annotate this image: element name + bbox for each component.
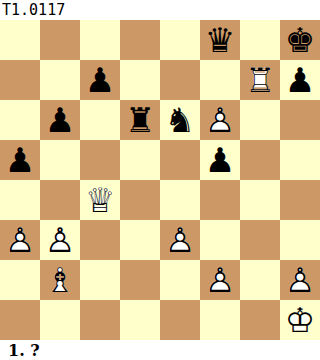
piece-black-king: ♚ bbox=[280, 20, 320, 60]
square-h1[interactable]: ♚♔ bbox=[280, 300, 320, 340]
square-f8[interactable]: ♛ bbox=[200, 20, 240, 60]
square-h5[interactable] bbox=[280, 140, 320, 180]
square-h7[interactable]: ♟ bbox=[280, 60, 320, 100]
chess-board: ♛♚♟♜♖♟♟♜♞♟♙♟♟♛♕♟♙♟♙♟♙♝♗♟♙♟♙♚♔ bbox=[0, 20, 320, 340]
piece-black-pawn: ♟ bbox=[0, 140, 40, 180]
square-a8[interactable] bbox=[0, 20, 40, 60]
square-c3[interactable] bbox=[80, 220, 120, 260]
square-c8[interactable] bbox=[80, 20, 120, 60]
piece-black-knight: ♞ bbox=[160, 100, 200, 140]
piece-white-king: ♚♔ bbox=[280, 300, 320, 340]
piece-outline-glyph: ♙ bbox=[40, 220, 80, 260]
square-a2[interactable] bbox=[0, 260, 40, 300]
square-e4[interactable] bbox=[160, 180, 200, 220]
piece-glyph: ♟ bbox=[200, 140, 240, 180]
square-c6[interactable] bbox=[80, 100, 120, 140]
piece-white-pawn: ♟♙ bbox=[160, 220, 200, 260]
piece-glyph: ♛ bbox=[200, 20, 240, 60]
square-c5[interactable] bbox=[80, 140, 120, 180]
piece-white-pawn: ♟♙ bbox=[280, 260, 320, 300]
piece-outline-glyph: ♙ bbox=[200, 100, 240, 140]
square-f6[interactable]: ♟♙ bbox=[200, 100, 240, 140]
piece-white-pawn: ♟♙ bbox=[200, 260, 240, 300]
piece-glyph: ♜ bbox=[120, 100, 160, 140]
square-b6[interactable]: ♟ bbox=[40, 100, 80, 140]
piece-glyph: ♚ bbox=[280, 20, 320, 60]
square-c2[interactable] bbox=[80, 260, 120, 300]
piece-glyph: ♟ bbox=[80, 60, 120, 100]
piece-outline-glyph: ♙ bbox=[160, 220, 200, 260]
square-a4[interactable] bbox=[0, 180, 40, 220]
square-f3[interactable] bbox=[200, 220, 240, 260]
square-h3[interactable] bbox=[280, 220, 320, 260]
square-d8[interactable] bbox=[120, 20, 160, 60]
square-g5[interactable] bbox=[240, 140, 280, 180]
square-g7[interactable]: ♜♖ bbox=[240, 60, 280, 100]
piece-glyph: ♟ bbox=[0, 140, 40, 180]
square-d1[interactable] bbox=[120, 300, 160, 340]
square-a3[interactable]: ♟♙ bbox=[0, 220, 40, 260]
square-b5[interactable] bbox=[40, 140, 80, 180]
square-g6[interactable] bbox=[240, 100, 280, 140]
piece-black-pawn: ♟ bbox=[200, 140, 240, 180]
square-g2[interactable] bbox=[240, 260, 280, 300]
square-h8[interactable]: ♚ bbox=[280, 20, 320, 60]
square-d3[interactable] bbox=[120, 220, 160, 260]
piece-glyph: ♟ bbox=[40, 100, 80, 140]
piece-black-pawn: ♟ bbox=[80, 60, 120, 100]
square-e5[interactable] bbox=[160, 140, 200, 180]
page-title: T1.0117 bbox=[0, 0, 320, 20]
square-a6[interactable] bbox=[0, 100, 40, 140]
square-f7[interactable] bbox=[200, 60, 240, 100]
square-b7[interactable] bbox=[40, 60, 80, 100]
piece-white-pawn: ♟♙ bbox=[40, 220, 80, 260]
square-f5[interactable]: ♟ bbox=[200, 140, 240, 180]
square-f1[interactable] bbox=[200, 300, 240, 340]
square-e1[interactable] bbox=[160, 300, 200, 340]
square-f4[interactable] bbox=[200, 180, 240, 220]
piece-black-queen: ♛ bbox=[200, 20, 240, 60]
square-h6[interactable] bbox=[280, 100, 320, 140]
piece-glyph: ♟ bbox=[280, 60, 320, 100]
square-g8[interactable] bbox=[240, 20, 280, 60]
piece-glyph: ♞ bbox=[160, 100, 200, 140]
piece-outline-glyph: ♙ bbox=[0, 220, 40, 260]
square-c4[interactable]: ♛♕ bbox=[80, 180, 120, 220]
piece-outline-glyph: ♔ bbox=[280, 300, 320, 340]
piece-outline-glyph: ♙ bbox=[200, 260, 240, 300]
piece-outline-glyph: ♕ bbox=[80, 180, 120, 220]
piece-outline-glyph: ♗ bbox=[40, 260, 80, 300]
piece-black-pawn: ♟ bbox=[280, 60, 320, 100]
square-h4[interactable] bbox=[280, 180, 320, 220]
square-a5[interactable]: ♟ bbox=[0, 140, 40, 180]
square-d5[interactable] bbox=[120, 140, 160, 180]
square-g4[interactable] bbox=[240, 180, 280, 220]
square-b2[interactable]: ♝♗ bbox=[40, 260, 80, 300]
square-g3[interactable] bbox=[240, 220, 280, 260]
piece-white-rook: ♜♖ bbox=[240, 60, 280, 100]
square-b3[interactable]: ♟♙ bbox=[40, 220, 80, 260]
piece-white-pawn: ♟♙ bbox=[200, 100, 240, 140]
square-d4[interactable] bbox=[120, 180, 160, 220]
square-d2[interactable] bbox=[120, 260, 160, 300]
piece-black-rook: ♜ bbox=[120, 100, 160, 140]
piece-black-pawn: ♟ bbox=[40, 100, 80, 140]
square-b8[interactable] bbox=[40, 20, 80, 60]
square-e2[interactable] bbox=[160, 260, 200, 300]
square-a7[interactable] bbox=[0, 60, 40, 100]
square-d7[interactable] bbox=[120, 60, 160, 100]
piece-outline-glyph: ♙ bbox=[280, 260, 320, 300]
square-f2[interactable]: ♟♙ bbox=[200, 260, 240, 300]
square-b1[interactable] bbox=[40, 300, 80, 340]
square-e8[interactable] bbox=[160, 20, 200, 60]
square-e7[interactable] bbox=[160, 60, 200, 100]
square-b4[interactable] bbox=[40, 180, 80, 220]
piece-white-pawn: ♟♙ bbox=[0, 220, 40, 260]
square-e3[interactable]: ♟♙ bbox=[160, 220, 200, 260]
square-a1[interactable] bbox=[0, 300, 40, 340]
square-c1[interactable] bbox=[80, 300, 120, 340]
square-d6[interactable]: ♜ bbox=[120, 100, 160, 140]
piece-white-bishop: ♝♗ bbox=[40, 260, 80, 300]
move-prompt: 1. ? bbox=[0, 340, 320, 360]
square-h2[interactable]: ♟♙ bbox=[280, 260, 320, 300]
piece-white-queen: ♛♕ bbox=[80, 180, 120, 220]
piece-outline-glyph: ♖ bbox=[240, 60, 280, 100]
square-g1[interactable] bbox=[240, 300, 280, 340]
square-e6[interactable]: ♞ bbox=[160, 100, 200, 140]
square-c7[interactable]: ♟ bbox=[80, 60, 120, 100]
